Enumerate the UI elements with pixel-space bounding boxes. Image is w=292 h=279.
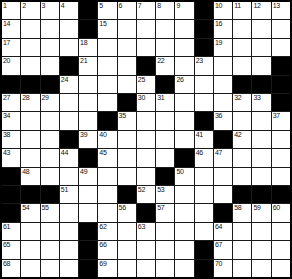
cell-r2c6[interactable]: 15 — [98, 20, 116, 37]
cell-r3c7[interactable] — [118, 39, 136, 56]
clue-number-28: 28 — [22, 94, 29, 102]
cell-r12c9[interactable]: 57 — [156, 204, 174, 221]
cell-r15c2[interactable] — [21, 260, 39, 277]
clue-number-36: 36 — [215, 112, 222, 120]
cell-r1c7[interactable]: 6 — [118, 2, 136, 19]
cell-r12c14[interactable]: 59 — [252, 204, 270, 221]
clue-number-16: 16 — [215, 20, 222, 28]
cell-r14c15[interactable] — [272, 241, 290, 258]
clue-number-63: 63 — [138, 223, 145, 231]
cell-r15c6[interactable]: 69 — [98, 260, 116, 277]
cell-r7c1[interactable]: 34 — [2, 112, 20, 129]
cell-r3c2[interactable] — [21, 39, 39, 56]
cell-r6c13[interactable]: 32 — [233, 94, 251, 111]
cell-r11c8[interactable]: 52 — [137, 186, 155, 203]
clue-number-7: 7 — [138, 2, 142, 10]
cell-r8c6[interactable]: 40 — [98, 131, 116, 148]
cell-r6c12[interactable] — [214, 94, 232, 111]
cell-r1c9[interactable]: 8 — [156, 2, 174, 19]
cell-r6c11[interactable] — [195, 94, 213, 111]
black-cell-r7c11 — [195, 112, 213, 129]
cell-r2c14[interactable] — [252, 20, 270, 37]
clue-number-59: 59 — [253, 204, 260, 212]
clue-number-51: 51 — [61, 186, 68, 194]
cell-r2c4[interactable] — [60, 20, 78, 37]
cell-r3c9[interactable] — [156, 39, 174, 56]
clue-number-67: 67 — [215, 241, 222, 249]
clue-number-29: 29 — [42, 94, 49, 102]
cell-r2c10[interactable] — [175, 20, 193, 37]
cell-r5c7[interactable] — [118, 76, 136, 93]
black-cell-r6c7 — [118, 94, 136, 111]
black-cell-r8c4 — [60, 131, 78, 148]
cell-r9c8[interactable] — [137, 149, 155, 166]
black-cell-r8c12 — [214, 131, 232, 148]
black-cell-r5c13 — [233, 76, 251, 93]
cell-r8c1[interactable]: 38 — [2, 131, 20, 148]
cell-r12c7[interactable]: 56 — [118, 204, 136, 221]
black-cell-r12c12 — [214, 204, 232, 221]
cell-r2c7[interactable] — [118, 20, 136, 37]
cell-r5c5[interactable] — [79, 76, 97, 93]
black-cell-r4c15 — [272, 57, 290, 74]
cell-r1c15[interactable]: 13 — [272, 2, 290, 19]
cell-r15c14[interactable] — [252, 260, 270, 277]
clue-number-46: 46 — [196, 149, 203, 157]
cell-r2c15[interactable] — [272, 20, 290, 37]
cell-r1c12[interactable]: 10 — [214, 2, 232, 19]
cell-r3c15[interactable] — [272, 39, 290, 56]
cell-r1c3[interactable]: 3 — [41, 2, 59, 19]
cell-r10c13[interactable] — [233, 168, 251, 185]
black-cell-r11c1 — [2, 186, 20, 203]
clue-number-60: 60 — [273, 204, 280, 212]
clue-number-17: 17 — [3, 39, 10, 47]
clue-number-21: 21 — [80, 57, 87, 65]
clue-number-11: 11 — [234, 2, 241, 10]
cell-r8c9[interactable] — [156, 131, 174, 148]
clue-number-26: 26 — [176, 76, 183, 84]
clue-number-42: 42 — [234, 131, 241, 139]
cell-r5c4[interactable]: 24 — [60, 76, 78, 93]
black-cell-r5c3 — [41, 76, 59, 93]
cell-r14c7[interactable] — [118, 241, 136, 258]
clue-number-10: 10 — [215, 2, 222, 10]
clue-number-4: 4 — [61, 2, 65, 10]
clue-number-34: 34 — [3, 112, 10, 120]
cell-r7c12[interactable]: 36 — [214, 112, 232, 129]
cell-r2c8[interactable] — [137, 20, 155, 37]
cell-r14c4[interactable] — [60, 241, 78, 258]
cell-r2c3[interactable] — [41, 20, 59, 37]
cell-r3c13[interactable] — [233, 39, 251, 56]
clue-number-5: 5 — [99, 2, 103, 10]
clue-number-20: 20 — [3, 57, 10, 65]
cell-r7c15[interactable]: 37 — [272, 112, 290, 129]
cell-r13c10[interactable] — [175, 223, 193, 240]
cell-r3c1[interactable]: 17 — [2, 39, 20, 56]
cell-r9c1[interactable]: 43 — [2, 149, 20, 166]
clue-number-52: 52 — [138, 186, 145, 194]
cell-r4c10[interactable] — [175, 57, 193, 74]
clue-number-3: 3 — [42, 2, 46, 10]
cell-r10c14[interactable] — [252, 168, 270, 185]
cell-r6c6[interactable] — [98, 94, 116, 111]
clue-number-2: 2 — [22, 2, 26, 10]
cell-r11c10[interactable] — [175, 186, 193, 203]
cell-r4c2[interactable] — [21, 57, 39, 74]
cell-r10c15[interactable] — [272, 168, 290, 185]
cell-r13c6[interactable]: 62 — [98, 223, 116, 240]
cell-r7c2[interactable] — [21, 112, 39, 129]
cell-r10c5[interactable]: 49 — [79, 168, 97, 185]
clue-number-39: 39 — [80, 131, 87, 139]
cell-r6c10[interactable] — [175, 94, 193, 111]
cell-r8c10[interactable] — [175, 131, 193, 148]
cell-r13c13[interactable] — [233, 223, 251, 240]
clue-number-15: 15 — [99, 20, 106, 28]
cell-r9c13[interactable] — [233, 149, 251, 166]
cell-r6c1[interactable]: 27 — [2, 94, 20, 111]
cell-r8c2[interactable] — [21, 131, 39, 148]
cell-r5c8[interactable]: 25 — [137, 76, 155, 93]
black-cell-r11c3 — [41, 186, 59, 203]
cell-r14c12[interactable]: 67 — [214, 241, 232, 258]
clue-number-53: 53 — [157, 186, 164, 194]
clue-number-31: 31 — [157, 94, 164, 102]
clue-number-43: 43 — [3, 149, 10, 157]
cell-r1c2[interactable]: 2 — [21, 2, 39, 19]
cell-r15c12[interactable]: 70 — [214, 260, 232, 277]
cell-r15c8[interactable] — [137, 260, 155, 277]
clue-number-64: 64 — [215, 223, 222, 231]
black-cell-r14c5 — [79, 241, 97, 258]
clue-number-35: 35 — [119, 112, 126, 120]
cell-r8c11[interactable]: 41 — [195, 131, 213, 148]
black-cell-r5c15 — [272, 76, 290, 93]
cell-r15c1[interactable]: 68 — [2, 260, 20, 277]
cell-r11c11[interactable] — [195, 186, 213, 203]
cell-r9c14[interactable] — [252, 149, 270, 166]
cell-r9c3[interactable] — [41, 149, 59, 166]
cell-r3c6[interactable] — [98, 39, 116, 56]
cell-r2c2[interactable] — [21, 20, 39, 37]
cell-r3c4[interactable] — [60, 39, 78, 56]
cell-r12c6[interactable] — [98, 204, 116, 221]
black-cell-r5c9 — [156, 76, 174, 93]
cell-r12c4[interactable] — [60, 204, 78, 221]
black-cell-r10c1 — [2, 168, 20, 185]
clue-number-18: 18 — [80, 39, 87, 47]
cell-r6c8[interactable]: 30 — [137, 94, 155, 111]
clue-number-49: 49 — [80, 168, 87, 176]
clue-number-48: 48 — [22, 168, 29, 176]
black-cell-r7c6 — [98, 112, 116, 129]
cell-r8c5[interactable]: 39 — [79, 131, 97, 148]
cell-r9c11[interactable]: 46 — [195, 149, 213, 166]
cell-r3c12[interactable]: 19 — [214, 39, 232, 56]
black-cell-r11c7 — [118, 186, 136, 203]
cell-r15c15[interactable] — [272, 260, 290, 277]
cell-r15c10[interactable] — [175, 260, 193, 277]
black-cell-r12c1 — [2, 204, 20, 221]
cell-r14c8[interactable] — [137, 241, 155, 258]
black-cell-r2c11 — [195, 20, 213, 37]
clue-number-70: 70 — [215, 260, 222, 268]
cell-r1c14[interactable]: 12 — [252, 2, 270, 19]
cell-r7c14[interactable] — [252, 112, 270, 129]
black-cell-r1c5 — [79, 2, 97, 19]
clue-number-8: 8 — [157, 2, 161, 10]
cell-r9c7[interactable] — [118, 149, 136, 166]
clue-number-9: 9 — [176, 2, 180, 10]
cell-r4c1[interactable]: 20 — [2, 57, 20, 74]
cell-r9c2[interactable] — [21, 149, 39, 166]
cell-r1c8[interactable]: 7 — [137, 2, 155, 19]
clue-number-69: 69 — [99, 260, 106, 268]
cell-r12c10[interactable] — [175, 204, 193, 221]
clue-number-27: 27 — [3, 94, 10, 102]
cell-r15c4[interactable] — [60, 260, 78, 277]
clue-number-56: 56 — [119, 204, 126, 212]
cell-r10c8[interactable] — [137, 168, 155, 185]
cell-r5c10[interactable]: 26 — [175, 76, 193, 93]
cell-r6c4[interactable] — [60, 94, 78, 111]
cell-r7c4[interactable] — [60, 112, 78, 129]
clue-number-41: 41 — [196, 131, 203, 139]
cell-r8c15[interactable] — [272, 131, 290, 148]
clue-number-47: 47 — [215, 149, 222, 157]
cell-r2c12[interactable]: 16 — [214, 20, 232, 37]
cell-r10c7[interactable] — [118, 168, 136, 185]
black-cell-r9c5 — [79, 149, 97, 166]
clue-number-68: 68 — [3, 260, 10, 268]
cell-r10c6[interactable] — [98, 168, 116, 185]
cell-r2c1[interactable]: 14 — [2, 20, 20, 37]
clue-number-22: 22 — [157, 57, 164, 65]
black-cell-r11c14 — [252, 186, 270, 203]
cell-r12c5[interactable] — [79, 204, 97, 221]
cell-r14c14[interactable] — [252, 241, 270, 258]
cell-r8c14[interactable] — [252, 131, 270, 148]
black-cell-r15c11 — [195, 260, 213, 277]
cell-r13c4[interactable] — [60, 223, 78, 240]
clue-number-14: 14 — [3, 20, 10, 28]
cell-r2c13[interactable] — [233, 20, 251, 37]
black-cell-r11c15 — [272, 186, 290, 203]
clue-number-40: 40 — [99, 131, 106, 139]
cell-r7c5[interactable] — [79, 112, 97, 129]
clue-number-57: 57 — [157, 204, 164, 212]
cell-r4c7[interactable] — [118, 57, 136, 74]
clue-number-44: 44 — [61, 149, 68, 157]
cell-r8c3[interactable] — [41, 131, 59, 148]
cell-r10c12[interactable] — [214, 168, 232, 185]
cell-r15c3[interactable] — [41, 260, 59, 277]
cell-r1c10[interactable]: 9 — [175, 2, 193, 19]
cell-r4c3[interactable] — [41, 57, 59, 74]
cell-r5c11[interactable] — [195, 76, 213, 93]
cell-r9c12[interactable]: 47 — [214, 149, 232, 166]
black-cell-r6c15 — [272, 94, 290, 111]
cell-r12c3[interactable]: 55 — [41, 204, 59, 221]
clue-number-32: 32 — [234, 94, 241, 102]
cell-r10c4[interactable] — [60, 168, 78, 185]
cell-r13c1[interactable]: 61 — [2, 223, 20, 240]
clue-number-30: 30 — [138, 94, 145, 102]
cell-r10c2[interactable]: 48 — [21, 168, 39, 185]
cell-r13c8[interactable]: 63 — [137, 223, 155, 240]
black-cell-r15c5 — [79, 260, 97, 277]
cell-r3c5[interactable]: 18 — [79, 39, 97, 56]
cell-r12c15[interactable]: 60 — [272, 204, 290, 221]
cell-r9c9[interactable] — [156, 149, 174, 166]
cell-r3c3[interactable] — [41, 39, 59, 56]
black-cell-r2c5 — [79, 20, 97, 37]
black-cell-r11c13 — [233, 186, 251, 203]
clue-number-61: 61 — [3, 223, 10, 231]
cell-r1c6[interactable]: 5 — [98, 2, 116, 19]
cell-r5c12[interactable] — [214, 76, 232, 93]
cell-r13c2[interactable] — [21, 223, 39, 240]
clue-number-55: 55 — [42, 204, 49, 212]
clue-number-58: 58 — [234, 204, 241, 212]
cell-r12c11[interactable] — [195, 204, 213, 221]
cell-r6c2[interactable]: 28 — [21, 94, 39, 111]
cell-r4c14[interactable] — [252, 57, 270, 74]
cell-r7c10[interactable] — [175, 112, 193, 129]
clue-number-6: 6 — [119, 2, 123, 10]
cell-r13c15[interactable] — [272, 223, 290, 240]
black-cell-r9c10 — [175, 149, 193, 166]
cell-r13c3[interactable] — [41, 223, 59, 240]
cell-r11c9[interactable]: 53 — [156, 186, 174, 203]
cell-r13c11[interactable] — [195, 223, 213, 240]
cell-r11c5[interactable] — [79, 186, 97, 203]
cell-r4c9[interactable]: 22 — [156, 57, 174, 74]
cell-r14c6[interactable]: 66 — [98, 241, 116, 258]
cell-r14c3[interactable] — [41, 241, 59, 258]
black-cell-r14c11 — [195, 241, 213, 258]
cell-r12c2[interactable]: 54 — [21, 204, 39, 221]
cell-r2c9[interactable] — [156, 20, 174, 37]
black-cell-r3c11 — [195, 39, 213, 56]
clue-number-12: 12 — [253, 2, 260, 10]
black-cell-r5c1 — [2, 76, 20, 93]
cell-r7c7[interactable]: 35 — [118, 112, 136, 129]
clue-number-37: 37 — [273, 112, 280, 120]
cell-r10c10[interactable]: 50 — [175, 168, 193, 185]
cell-r13c12[interactable]: 64 — [214, 223, 232, 240]
clue-number-33: 33 — [253, 94, 260, 102]
cell-r9c6[interactable]: 45 — [98, 149, 116, 166]
cell-r9c15[interactable] — [272, 149, 290, 166]
black-cell-r5c14 — [252, 76, 270, 93]
cell-r1c13[interactable]: 11 — [233, 2, 251, 19]
cell-r11c4[interactable]: 51 — [60, 186, 78, 203]
clue-number-1: 1 — [3, 2, 7, 10]
clue-number-13: 13 — [273, 2, 280, 10]
black-cell-r11c2 — [21, 186, 39, 203]
cell-r1c4[interactable]: 4 — [60, 2, 78, 19]
clue-number-45: 45 — [99, 149, 106, 157]
clue-number-24: 24 — [61, 76, 68, 84]
cell-r14c2[interactable] — [21, 241, 39, 258]
cell-r6c5[interactable] — [79, 94, 97, 111]
cell-r8c7[interactable] — [118, 131, 136, 148]
clue-number-19: 19 — [215, 39, 222, 47]
clue-number-25: 25 — [138, 76, 145, 84]
crossword-puzzle: 1234567891011121314151617181920212223242… — [0, 0, 292, 279]
cell-r1c1[interactable]: 1 — [2, 2, 20, 19]
cell-r15c7[interactable] — [118, 260, 136, 277]
cell-r4c5[interactable]: 21 — [79, 57, 97, 74]
black-cell-r13c5 — [79, 223, 97, 240]
cell-r8c8[interactable] — [137, 131, 155, 148]
cell-r5c6[interactable] — [98, 76, 116, 93]
cell-r4c12[interactable] — [214, 57, 232, 74]
clue-number-65: 65 — [3, 241, 10, 249]
cell-r13c7[interactable] — [118, 223, 136, 240]
cell-r6c14[interactable]: 33 — [252, 94, 270, 111]
cell-r14c9[interactable] — [156, 241, 174, 258]
cell-r8c13[interactable]: 42 — [233, 131, 251, 148]
clue-number-54: 54 — [22, 204, 29, 212]
clue-number-23: 23 — [196, 57, 203, 65]
black-cell-r5c2 — [21, 76, 39, 93]
black-cell-r4c8 — [137, 57, 155, 74]
cell-r6c9[interactable]: 31 — [156, 94, 174, 111]
cell-r7c9[interactable] — [156, 112, 174, 129]
cell-r3c10[interactable] — [175, 39, 193, 56]
cell-r10c11[interactable] — [195, 168, 213, 185]
black-cell-r10c9 — [156, 168, 174, 185]
cell-r14c10[interactable] — [175, 241, 193, 258]
cell-r6c3[interactable]: 29 — [41, 94, 59, 111]
cell-r14c13[interactable] — [233, 241, 251, 258]
cell-r3c8[interactable] — [137, 39, 155, 56]
cell-r7c13[interactable] — [233, 112, 251, 129]
cell-r7c3[interactable] — [41, 112, 59, 129]
clue-number-50: 50 — [176, 168, 183, 176]
cell-r9c4[interactable]: 44 — [60, 149, 78, 166]
cell-r12c13[interactable]: 58 — [233, 204, 251, 221]
clue-number-66: 66 — [99, 241, 106, 249]
cell-r13c14[interactable] — [252, 223, 270, 240]
clue-number-62: 62 — [99, 223, 106, 231]
crossword-grid: 1234567891011121314151617181920212223242… — [0, 0, 292, 279]
cell-r15c9[interactable] — [156, 260, 174, 277]
cell-r4c13[interactable] — [233, 57, 251, 74]
cell-r15c13[interactable] — [233, 260, 251, 277]
black-cell-r1c11 — [195, 2, 213, 19]
clue-number-38: 38 — [3, 131, 10, 139]
cell-r14c1[interactable]: 65 — [2, 241, 20, 258]
black-cell-r4c4 — [60, 57, 78, 74]
cell-r7c8[interactable] — [137, 112, 155, 129]
cell-r3c14[interactable] — [252, 39, 270, 56]
black-cell-r12c8 — [137, 204, 155, 221]
cell-r10c3[interactable] — [41, 168, 59, 185]
cell-r4c11[interactable]: 23 — [195, 57, 213, 74]
cell-r11c12[interactable] — [214, 186, 232, 203]
cell-r11c6[interactable] — [98, 186, 116, 203]
cell-r4c6[interactable] — [98, 57, 116, 74]
cell-r13c9[interactable] — [156, 223, 174, 240]
